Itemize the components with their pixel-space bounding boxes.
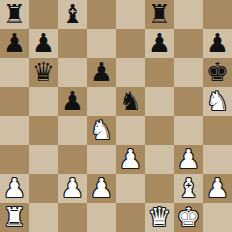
piece-white-pawn: ♟ bbox=[3, 174, 26, 203]
square-a8[interactable]: ♜ bbox=[0, 0, 29, 29]
square-c5[interactable]: ♟ bbox=[58, 87, 87, 116]
piece-black-bishop: ♝ bbox=[61, 0, 84, 29]
square-c7[interactable] bbox=[58, 29, 87, 58]
square-f3[interactable] bbox=[145, 145, 174, 174]
piece-black-pawn: ♟ bbox=[3, 29, 26, 58]
piece-black-knight: ♞ bbox=[119, 87, 142, 116]
square-e2[interactable] bbox=[116, 174, 145, 203]
square-a4[interactable] bbox=[0, 116, 29, 145]
square-b7[interactable]: ♟ bbox=[29, 29, 58, 58]
square-g4[interactable] bbox=[174, 116, 203, 145]
square-b3[interactable] bbox=[29, 145, 58, 174]
square-b8[interactable] bbox=[29, 0, 58, 29]
square-d6[interactable]: ♟ bbox=[87, 58, 116, 87]
square-c1[interactable] bbox=[58, 203, 87, 232]
square-f2[interactable] bbox=[145, 174, 174, 203]
piece-white-king: ♚ bbox=[177, 203, 200, 232]
piece-white-pawn: ♟ bbox=[61, 174, 84, 203]
square-g7[interactable] bbox=[174, 29, 203, 58]
square-e7[interactable] bbox=[116, 29, 145, 58]
square-d5[interactable] bbox=[87, 87, 116, 116]
square-a7[interactable]: ♟ bbox=[0, 29, 29, 58]
square-h3[interactable] bbox=[203, 145, 232, 174]
piece-black-pawn: ♟ bbox=[206, 29, 229, 58]
piece-white-queen: ♛ bbox=[148, 203, 171, 232]
square-f1[interactable]: ♛ bbox=[145, 203, 174, 232]
square-h7[interactable]: ♟ bbox=[203, 29, 232, 58]
piece-white-pawn: ♟ bbox=[177, 145, 200, 174]
square-a3[interactable] bbox=[0, 145, 29, 174]
square-c2[interactable]: ♟ bbox=[58, 174, 87, 203]
square-g5[interactable] bbox=[174, 87, 203, 116]
piece-white-bishop: ♝ bbox=[177, 174, 200, 203]
piece-white-pawn: ♟ bbox=[206, 174, 229, 203]
square-h6[interactable]: ♚ bbox=[203, 58, 232, 87]
square-g8[interactable] bbox=[174, 0, 203, 29]
square-e6[interactable] bbox=[116, 58, 145, 87]
piece-black-king: ♚ bbox=[206, 58, 229, 87]
square-f4[interactable] bbox=[145, 116, 174, 145]
square-g2[interactable]: ♝ bbox=[174, 174, 203, 203]
piece-white-pawn: ♟ bbox=[119, 145, 142, 174]
chess-board: ♜♝♜♟♟♟♟♛♟♚♟♞♞♞♟♟♟♟♟♝♟♜♛♚ bbox=[0, 0, 232, 232]
square-h4[interactable] bbox=[203, 116, 232, 145]
square-h1[interactable] bbox=[203, 203, 232, 232]
square-e3[interactable]: ♟ bbox=[116, 145, 145, 174]
piece-black-pawn: ♟ bbox=[32, 29, 55, 58]
square-d2[interactable]: ♟ bbox=[87, 174, 116, 203]
piece-black-rook: ♜ bbox=[148, 0, 171, 29]
square-f5[interactable] bbox=[145, 87, 174, 116]
square-a1[interactable]: ♜ bbox=[0, 203, 29, 232]
square-f7[interactable]: ♟ bbox=[145, 29, 174, 58]
square-a5[interactable] bbox=[0, 87, 29, 116]
square-g6[interactable] bbox=[174, 58, 203, 87]
piece-black-pawn: ♟ bbox=[90, 58, 113, 87]
square-f8[interactable]: ♜ bbox=[145, 0, 174, 29]
square-a2[interactable]: ♟ bbox=[0, 174, 29, 203]
square-d3[interactable] bbox=[87, 145, 116, 174]
square-c6[interactable] bbox=[58, 58, 87, 87]
square-e5[interactable]: ♞ bbox=[116, 87, 145, 116]
piece-black-queen: ♛ bbox=[32, 58, 55, 87]
square-c8[interactable]: ♝ bbox=[58, 0, 87, 29]
square-b5[interactable] bbox=[29, 87, 58, 116]
square-a6[interactable] bbox=[0, 58, 29, 87]
piece-black-pawn: ♟ bbox=[148, 29, 171, 58]
square-g1[interactable]: ♚ bbox=[174, 203, 203, 232]
square-e8[interactable] bbox=[116, 0, 145, 29]
square-b2[interactable] bbox=[29, 174, 58, 203]
square-e1[interactable] bbox=[116, 203, 145, 232]
square-e4[interactable] bbox=[116, 116, 145, 145]
piece-white-pawn: ♟ bbox=[90, 174, 113, 203]
piece-white-rook: ♜ bbox=[3, 203, 26, 232]
square-h2[interactable]: ♟ bbox=[203, 174, 232, 203]
piece-black-rook: ♜ bbox=[3, 0, 26, 29]
square-h5[interactable]: ♞ bbox=[203, 87, 232, 116]
square-b1[interactable] bbox=[29, 203, 58, 232]
piece-white-knight: ♞ bbox=[206, 87, 229, 116]
square-c4[interactable] bbox=[58, 116, 87, 145]
piece-white-knight: ♞ bbox=[90, 116, 113, 145]
piece-black-pawn: ♟ bbox=[61, 87, 84, 116]
square-h8[interactable] bbox=[203, 0, 232, 29]
square-b4[interactable] bbox=[29, 116, 58, 145]
square-d4[interactable]: ♞ bbox=[87, 116, 116, 145]
square-b6[interactable]: ♛ bbox=[29, 58, 58, 87]
square-d7[interactable] bbox=[87, 29, 116, 58]
square-c3[interactable] bbox=[58, 145, 87, 174]
square-d1[interactable] bbox=[87, 203, 116, 232]
square-d8[interactable] bbox=[87, 0, 116, 29]
square-f6[interactable] bbox=[145, 58, 174, 87]
square-g3[interactable]: ♟ bbox=[174, 145, 203, 174]
